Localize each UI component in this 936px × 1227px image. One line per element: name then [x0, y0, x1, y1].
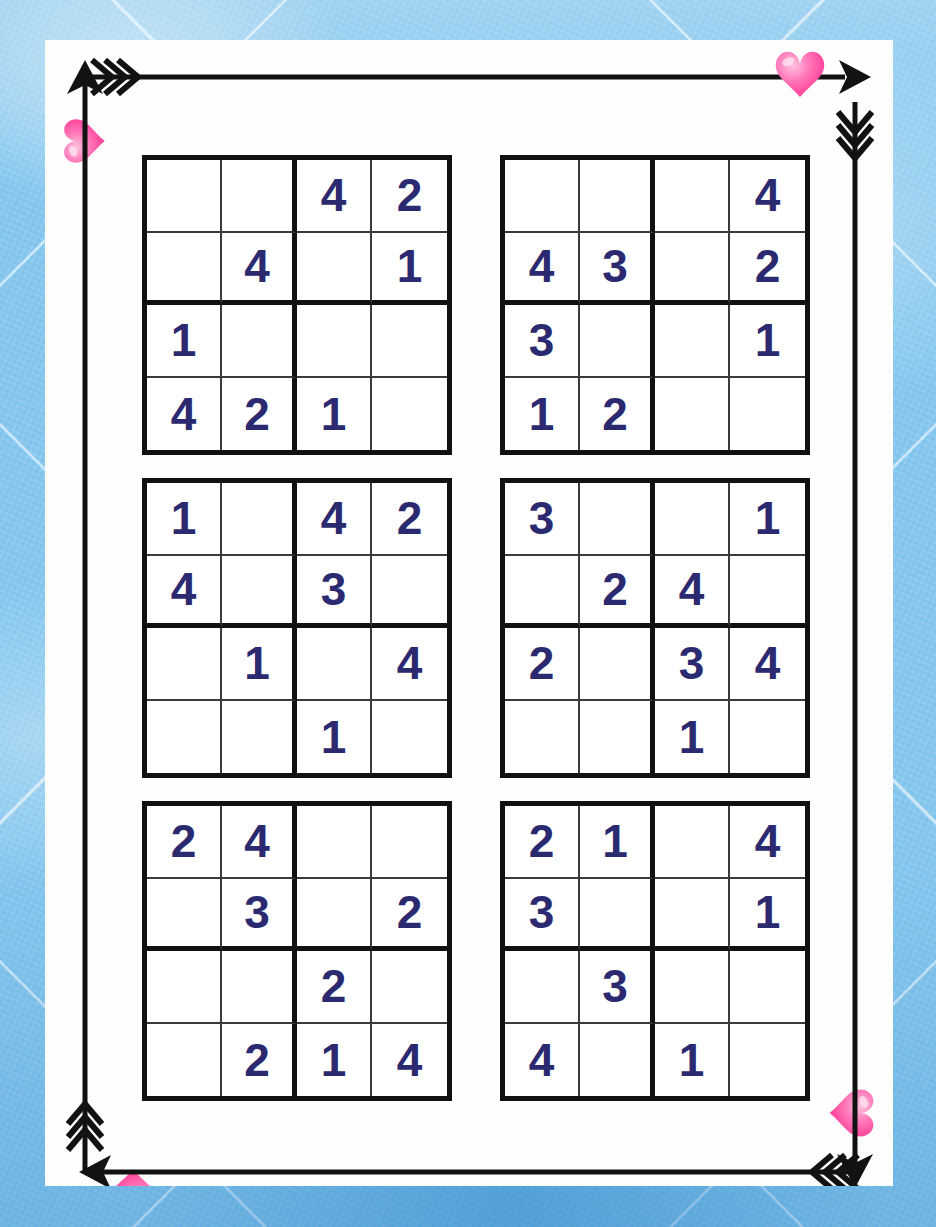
- sudoku-cell[interactable]: 2: [580, 378, 655, 451]
- fletching-bottom-icon: [812, 1155, 858, 1186]
- sudoku-cell[interactable]: 2: [505, 806, 580, 879]
- sudoku-cell[interactable]: [222, 701, 297, 774]
- sudoku-cell[interactable]: [655, 233, 730, 306]
- sudoku-cell[interactable]: [580, 305, 655, 378]
- sudoku-grid-5: 24322214: [142, 801, 452, 1101]
- sudoku-grid-3: 14243141: [142, 478, 452, 778]
- sudoku-cell[interactable]: [372, 951, 447, 1024]
- sudoku-cell[interactable]: [147, 160, 222, 233]
- sudoku-cell[interactable]: [147, 1024, 222, 1097]
- sudoku-cell[interactable]: 4: [297, 160, 372, 233]
- sudoku-cell[interactable]: [222, 951, 297, 1024]
- sudoku-cell[interactable]: [372, 806, 447, 879]
- sudoku-cell[interactable]: 1: [655, 701, 730, 774]
- sudoku-cell[interactable]: [730, 951, 805, 1024]
- sudoku-cell[interactable]: 1: [297, 1024, 372, 1097]
- sudoku-cell[interactable]: 4: [147, 556, 222, 629]
- sudoku-cell[interactable]: 1: [730, 305, 805, 378]
- sudoku-cell[interactable]: [297, 879, 372, 952]
- sudoku-cell[interactable]: 3: [505, 305, 580, 378]
- sudoku-cell[interactable]: [505, 701, 580, 774]
- sudoku-cell[interactable]: 3: [297, 556, 372, 629]
- sudoku-cell[interactable]: 3: [222, 879, 297, 952]
- sudoku-cell[interactable]: 2: [222, 378, 297, 451]
- sudoku-cell[interactable]: 2: [505, 628, 580, 701]
- sudoku-cell[interactable]: 4: [222, 233, 297, 306]
- sudoku-cell[interactable]: 2: [372, 483, 447, 556]
- sudoku-cell[interactable]: [580, 483, 655, 556]
- sudoku-cell[interactable]: [372, 701, 447, 774]
- sudoku-cell[interactable]: 1: [730, 879, 805, 952]
- sudoku-cell[interactable]: [147, 951, 222, 1024]
- sudoku-cell[interactable]: [730, 1024, 805, 1097]
- sudoku-cell[interactable]: 4: [297, 483, 372, 556]
- sudoku-cell[interactable]: 3: [580, 951, 655, 1024]
- sudoku-grid-1: 42411421: [142, 155, 452, 455]
- sudoku-cell[interactable]: [655, 879, 730, 952]
- sudoku-cell[interactable]: [372, 378, 447, 451]
- sudoku-puzzles-container: 42411421 44323112 14243141 31242341 2432…: [142, 155, 810, 1101]
- sudoku-cell[interactable]: [372, 305, 447, 378]
- sudoku-cell[interactable]: [297, 233, 372, 306]
- fletching-top-icon: [92, 60, 138, 94]
- sudoku-cell[interactable]: 3: [580, 233, 655, 306]
- sudoku-cell[interactable]: [730, 701, 805, 774]
- sudoku-cell[interactable]: [655, 378, 730, 451]
- sudoku-cell[interactable]: 4: [505, 1024, 580, 1097]
- sudoku-cell[interactable]: 4: [655, 556, 730, 629]
- sudoku-cell[interactable]: [505, 556, 580, 629]
- sudoku-grid-2: 44323112: [500, 155, 810, 455]
- sudoku-cell[interactable]: 1: [297, 378, 372, 451]
- sudoku-cell[interactable]: 3: [505, 879, 580, 952]
- arrowhead-up-icon: [67, 60, 103, 94]
- sudoku-cell[interactable]: 1: [147, 483, 222, 556]
- sudoku-cell[interactable]: [147, 233, 222, 306]
- sudoku-cell[interactable]: 1: [372, 233, 447, 306]
- worksheet-background: { "game": "4x4 mini sudoku worksheet (6 …: [0, 0, 936, 1227]
- sudoku-cell[interactable]: 4: [372, 1024, 447, 1097]
- sudoku-cell[interactable]: [580, 1024, 655, 1097]
- fletching-right-icon: [838, 112, 872, 158]
- arrowhead-down-icon: [837, 1154, 873, 1186]
- sudoku-cell[interactable]: 1: [222, 628, 297, 701]
- sudoku-cell[interactable]: 4: [222, 806, 297, 879]
- sudoku-cell[interactable]: 1: [297, 701, 372, 774]
- sudoku-cell[interactable]: [730, 556, 805, 629]
- sudoku-cell[interactable]: 2: [222, 1024, 297, 1097]
- sudoku-cell[interactable]: 2: [730, 233, 805, 306]
- sudoku-cell[interactable]: [655, 951, 730, 1024]
- sudoku-cell[interactable]: [505, 160, 580, 233]
- sudoku-cell[interactable]: 1: [505, 378, 580, 451]
- heart-icon-top-right: [776, 52, 825, 97]
- sudoku-cell[interactable]: [580, 879, 655, 952]
- sudoku-cell[interactable]: 4: [372, 628, 447, 701]
- arrowhead-left-icon: [79, 1155, 111, 1186]
- sudoku-cell[interactable]: [655, 483, 730, 556]
- fletching-left-icon: [68, 1104, 102, 1150]
- sudoku-grid-4: 31242341: [500, 478, 810, 778]
- sudoku-cell[interactable]: 4: [730, 628, 805, 701]
- sudoku-cell[interactable]: 1: [730, 483, 805, 556]
- sudoku-cell[interactable]: [730, 378, 805, 451]
- sudoku-cell[interactable]: [147, 879, 222, 952]
- sudoku-cell[interactable]: [147, 701, 222, 774]
- sudoku-cell[interactable]: 1: [147, 305, 222, 378]
- heart-icon-top-left: [64, 119, 105, 163]
- sudoku-cell[interactable]: [147, 628, 222, 701]
- sudoku-cell[interactable]: 3: [655, 628, 730, 701]
- heart-icon-bottom-right: [830, 1090, 874, 1137]
- sudoku-cell[interactable]: 2: [297, 951, 372, 1024]
- sudoku-cell[interactable]: 2: [147, 806, 222, 879]
- worksheet-page: 42411421 44323112 14243141 31242341 2432…: [45, 40, 893, 1186]
- sudoku-cell[interactable]: [580, 160, 655, 233]
- sudoku-cell[interactable]: 4: [730, 806, 805, 879]
- sudoku-cell[interactable]: [580, 628, 655, 701]
- sudoku-grid-6: 21431341: [500, 801, 810, 1101]
- sudoku-cell[interactable]: 2: [372, 160, 447, 233]
- sudoku-cell[interactable]: 4: [147, 378, 222, 451]
- sudoku-cell[interactable]: [655, 806, 730, 879]
- sudoku-cell[interactable]: 1: [655, 1024, 730, 1097]
- sudoku-cell[interactable]: [655, 160, 730, 233]
- sudoku-cell[interactable]: [297, 806, 372, 879]
- sudoku-cell[interactable]: [655, 305, 730, 378]
- sudoku-cell[interactable]: 4: [730, 160, 805, 233]
- sudoku-cell[interactable]: 1: [580, 806, 655, 879]
- sudoku-cell[interactable]: [297, 628, 372, 701]
- sudoku-cell[interactable]: [222, 160, 297, 233]
- sudoku-cell[interactable]: [505, 951, 580, 1024]
- sudoku-cell[interactable]: 2: [580, 556, 655, 629]
- sudoku-cell[interactable]: 2: [372, 879, 447, 952]
- sudoku-cell[interactable]: 4: [505, 233, 580, 306]
- sudoku-cell[interactable]: [372, 556, 447, 629]
- sudoku-cell[interactable]: [222, 483, 297, 556]
- sudoku-cell[interactable]: [580, 701, 655, 774]
- heart-icon-bottom-left: [108, 1169, 158, 1186]
- sudoku-cell[interactable]: [222, 305, 297, 378]
- sudoku-cell[interactable]: 3: [505, 483, 580, 556]
- sudoku-cell[interactable]: [297, 305, 372, 378]
- arrowhead-right-icon: [839, 60, 871, 94]
- sudoku-cell[interactable]: [222, 556, 297, 629]
